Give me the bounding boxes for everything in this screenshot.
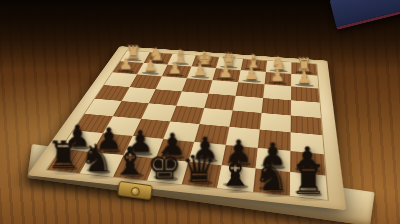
square-c8[interactable]: ♝: [217, 165, 256, 192]
square-c2[interactable]: ♟: [238, 70, 266, 84]
piece-white-pawn[interactable]: ♟: [169, 60, 183, 75]
piece-white-pawn[interactable]: ♟: [297, 70, 311, 86]
piece-white-pawn[interactable]: ♟: [120, 57, 134, 72]
latch-knob-icon: [130, 186, 140, 196]
square-b3[interactable]: [263, 84, 291, 100]
square-a8[interactable]: ♜: [290, 172, 328, 200]
photo-scene: ♜♞♝♚♛♝♞♜♟♟♟♟♟♟♟♟♟♟♟♟♟♟♟♟♜♞♝♚♛♝♞♜: [0, 0, 400, 224]
board-grid: ♜♞♝♚♛♝♞♜♟♟♟♟♟♟♟♟♟♟♟♟♟♟♟♟♜♞♝♚♛♝♞♜: [46, 50, 329, 201]
square-e2[interactable]: ♟: [187, 67, 216, 81]
piece-white-pawn[interactable]: ♟: [245, 66, 259, 82]
square-b8[interactable]: ♞: [253, 169, 290, 196]
piece-black-bishop[interactable]: ♝: [217, 152, 253, 192]
piece-black-knight[interactable]: ♞: [253, 156, 289, 196]
piece-black-rook[interactable]: ♜: [47, 136, 81, 174]
square-d2[interactable]: ♟: [212, 68, 240, 82]
piece-black-bishop[interactable]: ♝: [113, 142, 148, 181]
piece-white-pawn[interactable]: ♟: [194, 62, 208, 78]
square-g5[interactable]: [113, 101, 149, 119]
piece-black-king[interactable]: ♚: [147, 145, 182, 184]
piece-black-queen[interactable]: ♛: [182, 149, 217, 189]
piece-white-pawn[interactable]: ♟: [271, 68, 285, 84]
square-h3[interactable]: [104, 73, 137, 88]
piece-white-pawn[interactable]: ♟: [219, 64, 233, 80]
piece-black-rook[interactable]: ♜: [290, 159, 327, 200]
square-e4[interactable]: [176, 91, 208, 108]
square-d3[interactable]: [209, 80, 239, 95]
piece-white-pawn[interactable]: ♟: [144, 58, 158, 73]
square-d8[interactable]: ♛: [182, 162, 222, 188]
square-b5[interactable]: [260, 113, 291, 132]
piece-black-knight[interactable]: ♞: [80, 139, 114, 177]
